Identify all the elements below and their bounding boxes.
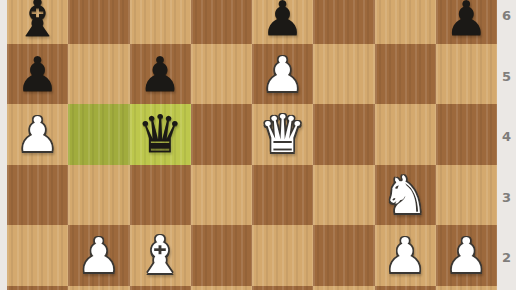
chess-board: ♝♟♟♟♟♟♟♛♛♞♟♝♟♟ (7, 0, 497, 290)
black-pawn-a5[interactable]: ♟ (16, 50, 59, 98)
square-f3[interactable] (313, 165, 374, 226)
rank-label-4: 4 (499, 129, 514, 144)
square-f6[interactable] (313, 0, 374, 44)
square-b6[interactable] (68, 0, 129, 44)
black-pawn-h6[interactable]: ♟ (445, 0, 488, 42)
square-d6[interactable] (191, 0, 252, 44)
square-h2[interactable]: ♟ (436, 225, 497, 286)
square-d3[interactable] (191, 165, 252, 226)
square-h4[interactable] (436, 104, 497, 165)
square-g1[interactable] (375, 286, 436, 290)
square-c6[interactable] (130, 0, 191, 44)
square-a1[interactable] (7, 286, 68, 290)
white-pawn-b2[interactable]: ♟ (77, 231, 120, 279)
square-f5[interactable] (313, 44, 374, 105)
square-a4[interactable]: ♟ (7, 104, 68, 165)
square-d2[interactable] (191, 225, 252, 286)
square-f1[interactable] (313, 286, 374, 290)
square-e5[interactable]: ♟ (252, 44, 313, 105)
square-e1[interactable] (252, 286, 313, 290)
white-queen-e4[interactable]: ♛ (259, 108, 306, 160)
white-pawn-e5[interactable]: ♟ (261, 50, 304, 98)
square-d4[interactable] (191, 104, 252, 165)
square-e6[interactable]: ♟ (252, 0, 313, 44)
square-g3[interactable]: ♞ (375, 165, 436, 226)
square-g4[interactable] (375, 104, 436, 165)
square-c1[interactable] (130, 286, 191, 290)
white-pawn-h2[interactable]: ♟ (445, 231, 488, 279)
black-pawn-e6[interactable]: ♟ (261, 0, 304, 42)
square-f2[interactable] (313, 225, 374, 286)
square-a3[interactable] (7, 165, 68, 226)
square-d1[interactable] (191, 286, 252, 290)
square-a6[interactable]: ♝ (7, 0, 68, 44)
square-b5[interactable] (68, 44, 129, 105)
white-bishop-c2[interactable]: ♝ (137, 229, 184, 281)
square-b2[interactable]: ♟ (68, 225, 129, 286)
square-e2[interactable] (252, 225, 313, 286)
square-e4[interactable]: ♛ (252, 104, 313, 165)
square-c4[interactable]: ♛ (130, 104, 191, 165)
square-c3[interactable] (130, 165, 191, 226)
square-g5[interactable] (375, 44, 436, 105)
rank-label-5: 5 (499, 69, 514, 84)
square-h5[interactable] (436, 44, 497, 105)
square-b1[interactable] (68, 286, 129, 290)
white-knight-g3[interactable]: ♞ (382, 169, 429, 221)
white-pawn-g2[interactable]: ♟ (384, 231, 427, 279)
square-a5[interactable]: ♟ (7, 44, 68, 105)
white-pawn-a4[interactable]: ♟ (16, 110, 59, 158)
square-b3[interactable] (68, 165, 129, 226)
rank-label-2: 2 (499, 250, 514, 265)
black-pawn-c5[interactable]: ♟ (139, 50, 182, 98)
square-g2[interactable]: ♟ (375, 225, 436, 286)
square-h1[interactable] (436, 286, 497, 290)
rank-label-3: 3 (499, 190, 514, 205)
rank-label-6: 6 (499, 8, 514, 23)
square-h3[interactable] (436, 165, 497, 226)
square-d5[interactable] (191, 44, 252, 105)
square-c5[interactable]: ♟ (130, 44, 191, 105)
square-e3[interactable] (252, 165, 313, 226)
black-bishop-a6[interactable]: ♝ (14, 0, 61, 44)
chess-board-screenshot: ♝♟♟♟♟♟♟♛♛♞♟♝♟♟ 65432 (0, 0, 516, 290)
square-b4[interactable] (68, 104, 129, 165)
square-c2[interactable]: ♝ (130, 225, 191, 286)
square-g6[interactable] (375, 0, 436, 44)
black-queen-c4[interactable]: ♛ (137, 108, 184, 160)
square-f4[interactable] (313, 104, 374, 165)
square-h6[interactable]: ♟ (436, 0, 497, 44)
square-a2[interactable] (7, 225, 68, 286)
